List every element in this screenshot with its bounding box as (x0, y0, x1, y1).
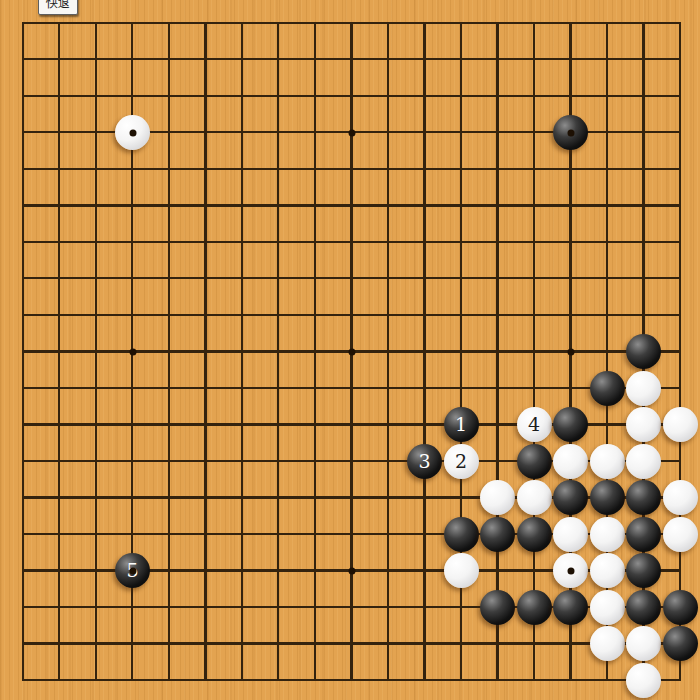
go-stone-white (590, 517, 625, 552)
move-number-label: 1 (455, 415, 467, 434)
move-number-label: 3 (418, 452, 430, 471)
go-stone-black (626, 517, 661, 552)
go-stone-white (626, 407, 661, 442)
go-stone-white-move-4: 4 (517, 407, 552, 442)
go-stone-white (553, 517, 588, 552)
go-stone-black (444, 517, 479, 552)
go-stone-white (517, 480, 552, 515)
go-stone-white (663, 407, 698, 442)
go-stone-black (517, 517, 552, 552)
star-point (129, 129, 136, 136)
go-stone-white (590, 553, 625, 588)
star-point (567, 567, 574, 574)
go-stone-black (590, 371, 625, 406)
go-stone-black-move-3: 3 (407, 444, 442, 479)
go-stone-white (663, 480, 698, 515)
go-stone-white-move-2: 2 (444, 444, 479, 479)
go-stone-black (553, 407, 588, 442)
star-point (348, 348, 355, 355)
go-stone-black (480, 517, 515, 552)
go-stone-white (553, 444, 588, 479)
go-stone-black (663, 590, 698, 625)
go-stone-white (626, 371, 661, 406)
go-stone-black (517, 590, 552, 625)
go-stone-white (626, 444, 661, 479)
rewind-button[interactable]: 快退 (38, 0, 78, 15)
go-stone-white (590, 590, 625, 625)
star-point (129, 567, 136, 574)
star-point (567, 348, 574, 355)
star-point (348, 567, 355, 574)
go-stone-black (590, 480, 625, 515)
go-stone-white (626, 663, 661, 698)
go-stone-white (590, 444, 625, 479)
go-board: 14325 (0, 0, 700, 700)
go-stone-black (663, 626, 698, 661)
go-stone-black (517, 444, 552, 479)
go-stone-black (553, 480, 588, 515)
go-stone-white (626, 626, 661, 661)
star-point (129, 348, 136, 355)
go-stone-black (626, 553, 661, 588)
move-number-label: 2 (455, 452, 467, 471)
star-point (348, 129, 355, 136)
go-stone-black (553, 590, 588, 625)
go-stone-black (626, 480, 661, 515)
star-point (567, 129, 574, 136)
go-stone-black (626, 590, 661, 625)
go-stone-black (480, 590, 515, 625)
go-stone-black (626, 334, 661, 369)
go-stone-white (663, 517, 698, 552)
go-stone-white (590, 626, 625, 661)
move-number-label: 4 (528, 415, 540, 434)
go-stone-black-move-1: 1 (444, 407, 479, 442)
go-stone-white (444, 553, 479, 588)
go-stone-white (480, 480, 515, 515)
